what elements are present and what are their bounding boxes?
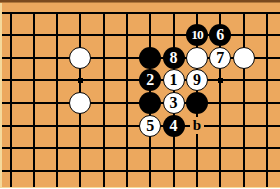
grid-line-horizontal [0, 12, 280, 14]
stone-white-1: 1 [163, 69, 185, 91]
grid-line-vertical [243, 12, 245, 189]
stone-white-7: 7 [209, 47, 231, 69]
stone-black [186, 92, 208, 114]
grid-line-horizontal [0, 170, 280, 172]
stone-white-9: 9 [186, 69, 208, 91]
star-point [78, 78, 83, 83]
stone-black-6: 6 [209, 24, 231, 46]
stone-black [139, 92, 161, 114]
star-point [218, 78, 223, 83]
stone-black-2: 2 [139, 69, 161, 91]
stone-white [233, 47, 255, 69]
grid-line-horizontal [0, 34, 280, 36]
board-bottom-edge-highlight [0, 187, 280, 189]
grid-line-vertical [266, 12, 268, 189]
board-left-edge-highlight [0, 3, 2, 188]
stone-black-8: 8 [163, 47, 185, 69]
grid-line-vertical [103, 12, 105, 189]
point-label-b: b [190, 117, 204, 134]
stone-black-10: 10 [186, 24, 208, 46]
stone-white-5: 5 [139, 115, 161, 137]
go-diagram: 10687219354b [0, 0, 280, 188]
stone-white-3: 3 [163, 92, 185, 114]
grid-line-vertical [33, 12, 35, 189]
stone-white [69, 47, 91, 69]
grid-line-horizontal [0, 147, 280, 149]
grid-line-vertical [126, 12, 128, 189]
stone-white [69, 92, 91, 114]
grid-line-vertical [56, 12, 58, 189]
stone-black [139, 47, 161, 69]
stone-white [186, 47, 208, 69]
go-board: 10687219354b [0, 0, 280, 188]
grid-line-vertical [10, 12, 12, 189]
stone-black-4: 4 [163, 115, 185, 137]
board-top-border-mid [0, 2, 280, 3]
